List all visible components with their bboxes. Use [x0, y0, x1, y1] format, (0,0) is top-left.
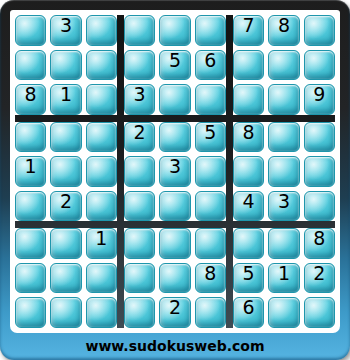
cell-r1c8[interactable]: 8 — [268, 15, 299, 46]
cell-r5c9[interactable] — [304, 156, 335, 187]
cell-r5c1[interactable]: 1 — [15, 156, 46, 187]
cell-value: 5 — [169, 51, 181, 70]
cell-r1c4[interactable] — [124, 15, 155, 46]
cell-r5c7[interactable] — [233, 156, 264, 187]
cell-r3c7[interactable] — [233, 84, 264, 115]
cell-r2c7[interactable] — [233, 50, 264, 81]
cell-value: 2 — [313, 264, 325, 283]
cell-r9c4[interactable] — [124, 297, 155, 328]
cell-r5c4[interactable] — [124, 156, 155, 187]
cell-r3c8[interactable] — [268, 84, 299, 115]
cell-r1c1[interactable] — [15, 15, 46, 46]
cell-value: 7 — [243, 16, 255, 35]
cell-value: 9 — [313, 85, 325, 104]
cell-value: 2 — [60, 192, 72, 211]
cell-r6c6[interactable] — [195, 191, 226, 222]
cell-value: 8 — [243, 123, 255, 142]
cell-r8c6[interactable]: 8 — [195, 263, 226, 294]
cell-r8c2[interactable] — [50, 263, 81, 294]
cell-r2c2[interactable] — [50, 50, 81, 81]
cell-r8c3[interactable] — [86, 263, 117, 294]
cell-value: 1 — [60, 85, 72, 104]
cell-r8c8[interactable]: 1 — [268, 263, 299, 294]
cell-value: 3 — [278, 192, 290, 211]
cell-r7c2[interactable] — [50, 228, 81, 259]
cell-r9c1[interactable] — [15, 297, 46, 328]
cell-r1c7[interactable]: 7 — [233, 15, 264, 46]
cell-value: 3 — [134, 85, 146, 104]
cell-r3c3[interactable] — [86, 84, 117, 115]
box-r3c1: 1 — [15, 228, 117, 328]
cell-value: 8 — [25, 85, 37, 104]
cell-r8c7[interactable]: 5 — [233, 263, 264, 294]
cell-r3c5[interactable] — [159, 84, 190, 115]
cell-r3c1[interactable]: 8 — [15, 84, 46, 115]
cell-value: 1 — [95, 229, 107, 248]
cell-r4c7[interactable]: 8 — [233, 122, 264, 153]
cell-r1c6[interactable] — [195, 15, 226, 46]
cell-r1c3[interactable] — [86, 15, 117, 46]
cell-r8c5[interactable] — [159, 263, 190, 294]
cell-r2c1[interactable] — [15, 50, 46, 81]
cell-r6c4[interactable] — [124, 191, 155, 222]
cell-r6c9[interactable] — [304, 191, 335, 222]
cell-r5c3[interactable] — [86, 156, 117, 187]
cell-r7c4[interactable] — [124, 228, 155, 259]
cell-r1c2[interactable]: 3 — [50, 15, 81, 46]
cell-r7c8[interactable] — [268, 228, 299, 259]
cell-r4c3[interactable] — [86, 122, 117, 153]
cell-r5c8[interactable] — [268, 156, 299, 187]
cell-r4c8[interactable] — [268, 122, 299, 153]
cell-r7c6[interactable] — [195, 228, 226, 259]
cell-r8c1[interactable] — [15, 263, 46, 294]
cell-r2c4[interactable] — [124, 50, 155, 81]
board-frame: 3815637891225384318285126 www.sudokusweb… — [0, 0, 350, 360]
cell-r3c9[interactable]: 9 — [304, 84, 335, 115]
box-r1c2: 563 — [124, 15, 226, 115]
cell-r6c3[interactable] — [86, 191, 117, 222]
cell-value: 8 — [278, 16, 290, 35]
cell-r4c5[interactable] — [159, 122, 190, 153]
cell-r1c5[interactable] — [159, 15, 190, 46]
cell-r2c6[interactable]: 6 — [195, 50, 226, 81]
cell-r6c8[interactable]: 3 — [268, 191, 299, 222]
cell-r6c7[interactable]: 4 — [233, 191, 264, 222]
cell-value: 3 — [169, 157, 181, 176]
cell-r9c9[interactable] — [304, 297, 335, 328]
cell-value: 1 — [25, 157, 37, 176]
box-r3c3: 85126 — [233, 228, 335, 328]
cell-r4c6[interactable]: 5 — [195, 122, 226, 153]
cell-r6c1[interactable] — [15, 191, 46, 222]
cell-r3c2[interactable]: 1 — [50, 84, 81, 115]
cell-value: 6 — [204, 51, 216, 70]
cell-r2c9[interactable] — [304, 50, 335, 81]
sudoku-board: 3815637891225384318285126 — [15, 15, 335, 328]
cell-r9c5[interactable]: 2 — [159, 297, 190, 328]
cell-r7c9[interactable]: 8 — [304, 228, 335, 259]
cell-value: 1 — [278, 264, 290, 283]
cell-value: 8 — [204, 264, 216, 283]
cell-r6c2[interactable]: 2 — [50, 191, 81, 222]
box-r2c1: 12 — [15, 122, 117, 222]
cell-r8c4[interactable] — [124, 263, 155, 294]
cell-r2c8[interactable] — [268, 50, 299, 81]
cell-r5c5[interactable]: 3 — [159, 156, 190, 187]
cell-value: 6 — [243, 298, 255, 317]
cell-r4c2[interactable] — [50, 122, 81, 153]
cell-value: 2 — [134, 123, 146, 142]
cell-value: 3 — [60, 16, 72, 35]
cell-r7c1[interactable] — [15, 228, 46, 259]
cell-r2c5[interactable]: 5 — [159, 50, 190, 81]
cell-r1c9[interactable] — [304, 15, 335, 46]
site-url: www.sudokusweb.com — [0, 338, 350, 354]
box-r3c2: 82 — [124, 228, 226, 328]
cell-r9c7[interactable]: 6 — [233, 297, 264, 328]
cell-value: 4 — [243, 192, 255, 211]
box-r2c2: 253 — [124, 122, 226, 222]
cell-r3c4[interactable]: 3 — [124, 84, 155, 115]
cell-r4c4[interactable]: 2 — [124, 122, 155, 153]
cell-value: 2 — [169, 298, 181, 317]
cell-r9c3[interactable] — [86, 297, 117, 328]
cell-value: 5 — [204, 123, 216, 142]
cell-r9c8[interactable] — [268, 297, 299, 328]
cell-r7c3[interactable]: 1 — [86, 228, 117, 259]
box-r2c3: 843 — [233, 122, 335, 222]
cell-r3c6[interactable] — [195, 84, 226, 115]
cell-r7c7[interactable] — [233, 228, 264, 259]
cell-r9c6[interactable] — [195, 297, 226, 328]
cell-r2c3[interactable] — [86, 50, 117, 81]
box-r1c3: 789 — [233, 15, 335, 115]
cell-r6c5[interactable] — [159, 191, 190, 222]
cell-value: 5 — [243, 264, 255, 283]
cell-r8c9[interactable]: 2 — [304, 263, 335, 294]
cell-r7c5[interactable] — [159, 228, 190, 259]
board-panel: 3815637891225384318285126 — [10, 10, 340, 333]
box-r1c1: 381 — [15, 15, 117, 115]
cell-r5c6[interactable] — [195, 156, 226, 187]
cell-r5c2[interactable] — [50, 156, 81, 187]
cell-r4c1[interactable] — [15, 122, 46, 153]
cell-r9c2[interactable] — [50, 297, 81, 328]
cell-r4c9[interactable] — [304, 122, 335, 153]
cell-value: 8 — [313, 229, 325, 248]
